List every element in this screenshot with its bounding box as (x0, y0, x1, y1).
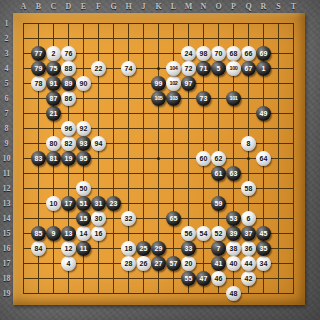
stone-white-82-D9[interactable]: 82 (61, 136, 76, 151)
stone-black-45-R15[interactable]: 45 (256, 226, 271, 241)
move-number: 41 (211, 256, 226, 271)
stone-white-22-F4[interactable]: 22 (91, 61, 106, 76)
stone-white-60-N10[interactable]: 60 (196, 151, 211, 166)
stone-black-31-F13[interactable]: 31 (91, 196, 106, 211)
stone-white-38-P16[interactable]: 38 (226, 241, 241, 256)
stone-black-89-D5[interactable]: 89 (61, 76, 76, 91)
stone-black-87-C6[interactable]: 87 (46, 91, 61, 106)
stone-white-74-H4[interactable]: 74 (121, 61, 136, 76)
stone-white-48-P19[interactable]: 48 (226, 286, 241, 301)
stone-white-32-H14[interactable]: 32 (121, 211, 136, 226)
move-number: 8 (241, 136, 256, 151)
column-label-F: F (91, 1, 106, 13)
stone-white-20-M17[interactable]: 20 (181, 256, 196, 271)
board-grid[interactable]: 1245678910111213141516171819202122232425… (23, 23, 294, 294)
stone-black-33-M16[interactable]: 33 (181, 241, 196, 256)
move-number: 26 (136, 256, 151, 271)
stone-black-25-J16[interactable]: 25 (136, 241, 151, 256)
row-label-15: 15 (0, 227, 13, 240)
move-number: 53 (226, 211, 241, 226)
stone-white-86-D6[interactable]: 86 (61, 91, 76, 106)
stone-white-68-P3[interactable]: 68 (226, 46, 241, 61)
move-number: 86 (61, 91, 76, 106)
stone-black-9-C15[interactable]: 9 (46, 226, 61, 241)
stone-black-67-Q4[interactable]: 67 (241, 61, 256, 76)
move-number: 21 (46, 106, 61, 121)
stone-black-23-G13[interactable]: 23 (106, 196, 121, 211)
stone-black-7-O16[interactable]: 7 (211, 241, 226, 256)
stone-white-66-Q3[interactable]: 66 (241, 46, 256, 61)
move-number: 80 (46, 136, 61, 151)
stone-white-24-M3[interactable]: 24 (181, 46, 196, 61)
move-number: 28 (121, 256, 136, 271)
move-number: 12 (61, 241, 76, 256)
move-number: 56 (181, 226, 196, 241)
move-number: 82 (61, 136, 76, 151)
move-number: 40 (226, 256, 241, 271)
stone-black-95-E10[interactable]: 95 (76, 151, 91, 166)
move-number: 55 (181, 271, 196, 286)
stone-black-73-N6[interactable]: 73 (196, 91, 211, 106)
stone-black-83-B10[interactable]: 83 (31, 151, 46, 166)
stone-black-93-E9[interactable]: 93 (76, 136, 91, 151)
stone-black-97-M5[interactable]: 97 (181, 76, 196, 91)
row-label-12: 12 (0, 182, 13, 195)
stone-black-85-B15[interactable]: 85 (31, 226, 46, 241)
move-number: 2 (46, 46, 61, 61)
move-number: 62 (211, 151, 226, 166)
move-number: 36 (241, 241, 256, 256)
move-number: 14 (76, 226, 91, 241)
row-label-14: 14 (0, 212, 13, 225)
move-number: 78 (31, 76, 46, 91)
stone-white-16-F15[interactable]: 16 (91, 226, 106, 241)
move-number: 46 (211, 271, 226, 286)
move-number: 44 (241, 256, 256, 271)
move-number: 93 (76, 136, 91, 151)
stone-black-59-O13[interactable]: 59 (211, 196, 226, 211)
row-label-5: 5 (0, 77, 13, 90)
move-number: 47 (196, 271, 211, 286)
stone-black-75-C4[interactable]: 75 (46, 61, 61, 76)
move-number: 90 (76, 76, 91, 91)
stone-white-56-M15[interactable]: 56 (181, 226, 196, 241)
stone-white-52-O15[interactable]: 52 (211, 226, 226, 241)
stone-white-58-Q12[interactable]: 58 (241, 181, 256, 196)
column-label-M: M (181, 1, 196, 13)
move-number: 95 (76, 151, 91, 166)
stone-black-71-N4[interactable]: 71 (196, 61, 211, 76)
column-label-R: R (256, 1, 271, 13)
stone-white-92-E8[interactable]: 92 (76, 121, 91, 136)
move-number: 71 (196, 61, 211, 76)
move-number: 87 (46, 91, 61, 106)
move-number: 6 (241, 211, 256, 226)
move-number: 105 (151, 91, 166, 106)
stone-black-57-L17[interactable]: 57 (166, 256, 181, 271)
stone-black-37-Q15[interactable]: 37 (241, 226, 256, 241)
stone-black-41-O17[interactable]: 41 (211, 256, 226, 271)
move-number: 18 (121, 241, 136, 256)
stone-black-29-K16[interactable]: 29 (151, 241, 166, 256)
stone-white-6-Q14[interactable]: 6 (241, 211, 256, 226)
move-number: 51 (76, 196, 91, 211)
move-number: 37 (241, 226, 256, 241)
stone-white-42-Q18[interactable]: 42 (241, 271, 256, 286)
stone-white-44-Q17[interactable]: 44 (241, 256, 256, 271)
move-number: 7 (211, 241, 226, 256)
stone-white-2-C3[interactable]: 2 (46, 46, 61, 61)
stone-black-79-B4[interactable]: 79 (31, 61, 46, 76)
stone-white-104-L4[interactable]: 104 (166, 61, 181, 76)
stone-white-90-E5[interactable]: 90 (76, 76, 91, 91)
stone-white-10-C13[interactable]: 10 (46, 196, 61, 211)
move-number: 84 (31, 241, 46, 256)
stone-white-80-C9[interactable]: 80 (46, 136, 61, 151)
move-number: 39 (226, 226, 241, 241)
move-number: 89 (61, 76, 76, 91)
move-number: 23 (106, 196, 121, 211)
move-number: 59 (211, 196, 226, 211)
move-number: 19 (61, 151, 76, 166)
stone-black-1-R4[interactable]: 1 (256, 61, 271, 76)
stone-black-55-M18[interactable]: 55 (181, 271, 196, 286)
stone-white-84-B16[interactable]: 84 (31, 241, 46, 256)
stone-white-12-D16[interactable]: 12 (61, 241, 76, 256)
move-number: 22 (91, 61, 106, 76)
move-number: 68 (226, 46, 241, 61)
move-number: 99 (151, 76, 166, 91)
stone-white-46-O18[interactable]: 46 (211, 271, 226, 286)
stone-black-39-P15[interactable]: 39 (226, 226, 241, 241)
move-number: 92 (76, 121, 91, 136)
stone-white-50-E12[interactable]: 50 (76, 181, 91, 196)
stone-white-76-D3[interactable]: 76 (61, 46, 76, 61)
stone-black-49-R7[interactable]: 49 (256, 106, 271, 121)
move-number: 66 (241, 46, 256, 61)
stone-black-53-P14[interactable]: 53 (226, 211, 241, 226)
star-point-K10 (157, 157, 160, 160)
stone-white-94-F9[interactable]: 94 (91, 136, 106, 151)
stone-white-8-Q9[interactable]: 8 (241, 136, 256, 151)
stone-black-35-R16[interactable]: 35 (256, 241, 271, 256)
row-label-13: 13 (0, 197, 13, 210)
column-label-B: B (31, 1, 46, 13)
column-label-D: D (61, 1, 76, 13)
move-number: 9 (46, 226, 61, 241)
stone-white-70-O3[interactable]: 70 (211, 46, 226, 61)
row-label-9: 9 (0, 137, 13, 150)
star-point-K4 (157, 67, 160, 70)
stone-white-62-O10[interactable]: 62 (211, 151, 226, 166)
column-label-N: N (196, 1, 211, 13)
stone-black-5-O4[interactable]: 5 (211, 61, 226, 76)
stone-black-27-K17[interactable]: 27 (151, 256, 166, 271)
column-label-O: O (211, 1, 226, 13)
move-number: 49 (256, 106, 271, 121)
column-label-E: E (76, 1, 91, 13)
column-label-J: J (136, 1, 151, 13)
move-number: 79 (31, 61, 46, 76)
move-number: 32 (121, 211, 136, 226)
move-number: 25 (136, 241, 151, 256)
stone-white-34-R17[interactable]: 34 (256, 256, 271, 271)
move-number: 83 (31, 151, 46, 166)
move-number: 94 (91, 136, 106, 151)
move-number: 61 (211, 166, 226, 181)
column-label-T: T (286, 1, 301, 13)
stone-black-61-O11[interactable]: 61 (211, 166, 226, 181)
move-number: 77 (31, 46, 46, 61)
move-number: 24 (181, 46, 196, 61)
stone-white-30-F14[interactable]: 30 (91, 211, 106, 226)
row-label-8: 8 (0, 122, 13, 135)
stone-black-21-C7[interactable]: 21 (46, 106, 61, 121)
move-number: 81 (46, 151, 61, 166)
stone-white-64-R10[interactable]: 64 (256, 151, 271, 166)
stone-white-54-N15[interactable]: 54 (196, 226, 211, 241)
go-board[interactable]: 1245678910111213141516171819202122232425… (13, 13, 305, 305)
move-number: 76 (61, 46, 76, 61)
column-label-H: H (121, 1, 136, 13)
move-number: 17 (61, 196, 76, 211)
move-number: 104 (166, 61, 181, 76)
stone-black-17-D13[interactable]: 17 (61, 196, 76, 211)
stone-white-4-D17[interactable]: 4 (61, 256, 76, 271)
move-number: 15 (76, 211, 91, 226)
column-label-K: K (151, 1, 166, 13)
column-label-L: L (166, 1, 181, 13)
move-number: 67 (241, 61, 256, 76)
move-number: 10 (46, 196, 61, 211)
stone-white-88-D4[interactable]: 88 (61, 61, 76, 76)
row-label-19: 19 (0, 287, 13, 300)
move-number: 73 (196, 91, 211, 106)
move-number: 69 (256, 46, 271, 61)
stone-black-51-E13[interactable]: 51 (76, 196, 91, 211)
stone-black-11-E16[interactable]: 11 (76, 241, 91, 256)
column-label-P: P (226, 1, 241, 13)
move-number: 101 (226, 91, 241, 106)
move-number: 63 (226, 166, 241, 181)
row-label-10: 10 (0, 152, 13, 165)
move-number: 35 (256, 241, 271, 256)
move-number: 16 (91, 226, 106, 241)
stone-black-65-L14[interactable]: 65 (166, 211, 181, 226)
row-label-2: 2 (0, 32, 13, 45)
column-label-A: A (16, 1, 31, 13)
move-number: 75 (46, 61, 61, 76)
stone-black-15-E14[interactable]: 15 (76, 211, 91, 226)
stone-white-28-H17[interactable]: 28 (121, 256, 136, 271)
move-number: 72 (181, 61, 196, 76)
move-number: 31 (91, 196, 106, 211)
stone-black-103-L6[interactable]: 103 (166, 91, 181, 106)
stone-black-13-D15[interactable]: 13 (61, 226, 76, 241)
move-number: 91 (46, 76, 61, 91)
stone-black-91-C5[interactable]: 91 (46, 76, 61, 91)
move-number: 48 (226, 286, 241, 301)
move-number: 20 (181, 256, 196, 271)
move-number: 58 (241, 181, 256, 196)
move-number: 52 (211, 226, 226, 241)
stone-black-19-D10[interactable]: 19 (61, 151, 76, 166)
move-number: 30 (91, 211, 106, 226)
move-number: 50 (76, 181, 91, 196)
move-number: 60 (196, 151, 211, 166)
move-number: 70 (211, 46, 226, 61)
stone-white-98-N3[interactable]: 98 (196, 46, 211, 61)
stone-white-36-Q16[interactable]: 36 (241, 241, 256, 256)
move-number: 74 (121, 61, 136, 76)
move-number: 97 (181, 76, 196, 91)
stone-black-105-K6[interactable]: 105 (151, 91, 166, 106)
move-number: 29 (151, 241, 166, 256)
move-number: 38 (226, 241, 241, 256)
column-label-C: C (46, 1, 61, 13)
column-label-Q: Q (241, 1, 256, 13)
stone-black-63-P11[interactable]: 63 (226, 166, 241, 181)
move-number: 65 (166, 211, 181, 226)
stone-white-14-E15[interactable]: 14 (76, 226, 91, 241)
stone-white-78-B5[interactable]: 78 (31, 76, 46, 91)
move-number: 42 (241, 271, 256, 286)
move-number: 5 (211, 61, 226, 76)
move-number: 102 (166, 76, 181, 91)
stone-white-40-P17[interactable]: 40 (226, 256, 241, 271)
move-number: 85 (31, 226, 46, 241)
move-number: 11 (76, 241, 91, 256)
stone-black-69-R3[interactable]: 69 (256, 46, 271, 61)
star-point-Q10 (247, 157, 250, 160)
move-number: 103 (166, 91, 181, 106)
move-number: 13 (61, 226, 76, 241)
stone-white-96-D8[interactable]: 96 (61, 121, 76, 136)
move-number: 57 (166, 256, 181, 271)
row-label-6: 6 (0, 92, 13, 105)
row-label-3: 3 (0, 47, 13, 60)
stone-black-47-N18[interactable]: 47 (196, 271, 211, 286)
move-number: 98 (196, 46, 211, 61)
stone-white-18-H16[interactable]: 18 (121, 241, 136, 256)
row-label-11: 11 (0, 167, 13, 180)
stone-black-99-K5[interactable]: 99 (151, 76, 166, 91)
stone-black-101-P6[interactable]: 101 (226, 91, 241, 106)
row-label-4: 4 (0, 62, 13, 75)
row-label-18: 18 (0, 272, 13, 285)
move-number: 27 (151, 256, 166, 271)
row-label-17: 17 (0, 257, 13, 270)
move-number: 64 (256, 151, 271, 166)
stone-white-26-J17[interactable]: 26 (136, 256, 151, 271)
column-label-S: S (271, 1, 286, 13)
move-number: 4 (61, 256, 76, 271)
stone-white-72-M4[interactable]: 72 (181, 61, 196, 76)
move-number: 45 (256, 226, 271, 241)
move-number: 54 (196, 226, 211, 241)
stone-white-102-L5[interactable]: 102 (166, 76, 181, 91)
column-label-G: G (106, 1, 121, 13)
move-number: 96 (61, 121, 76, 136)
stone-white-100-P4[interactable]: 100 (226, 61, 241, 76)
move-number: 34 (256, 256, 271, 271)
row-label-7: 7 (0, 107, 13, 120)
stone-black-81-C10[interactable]: 81 (46, 151, 61, 166)
row-label-16: 16 (0, 242, 13, 255)
move-number: 100 (226, 61, 241, 76)
move-number: 88 (61, 61, 76, 76)
row-label-1: 1 (0, 17, 13, 30)
move-number: 1 (256, 61, 271, 76)
stone-black-77-B3[interactable]: 77 (31, 46, 46, 61)
move-number: 33 (181, 241, 196, 256)
